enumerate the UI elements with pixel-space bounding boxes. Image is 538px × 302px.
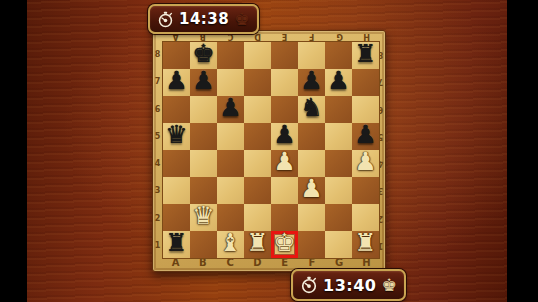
square-b1[interactable]	[190, 231, 217, 258]
square-d7[interactable]	[244, 69, 271, 96]
square-g2[interactable]	[325, 204, 352, 231]
square-g6[interactable]	[325, 96, 352, 123]
square-c3[interactable]	[217, 177, 244, 204]
white-rook[interactable]: ♜	[244, 229, 271, 256]
rank-label-left-5: 5	[153, 123, 162, 150]
rank-labels-left: 87654321	[153, 41, 162, 259]
black-king-icon: ♚	[234, 11, 249, 28]
black-pawn[interactable]: ♟	[217, 94, 244, 121]
square-f4[interactable]	[298, 150, 325, 177]
square-b4[interactable]	[190, 150, 217, 177]
white-king-icon: ♚	[381, 277, 396, 294]
black-king[interactable]: ♚	[190, 40, 217, 67]
square-a6[interactable]	[163, 96, 190, 123]
black-queen[interactable]: ♛	[163, 121, 190, 148]
square-c6[interactable]: ♟	[217, 96, 244, 123]
board-squares: ♚♜♟♟♟♟♟♞♛♟♟♟♟♟♛♜♝♜♚♜	[162, 41, 380, 259]
square-b5[interactable]	[190, 123, 217, 150]
black-pawn[interactable]: ♟	[325, 67, 352, 94]
square-c5[interactable]	[217, 123, 244, 150]
black-pawn[interactable]: ♟	[163, 67, 190, 94]
black-pawn[interactable]: ♟	[352, 121, 379, 148]
square-f6[interactable]: ♞	[298, 96, 325, 123]
white-bishop[interactable]: ♝	[217, 229, 244, 256]
chess-board: ABCDEFGH 87654321 87654321 ABCDEFGH ♚♜♟♟…	[152, 30, 386, 272]
square-h4[interactable]: ♟	[352, 150, 379, 177]
square-h7[interactable]	[352, 69, 379, 96]
square-e5[interactable]: ♟	[271, 123, 298, 150]
square-c1[interactable]: ♝	[217, 231, 244, 258]
rank-label-left-4: 4	[153, 150, 162, 177]
white-player-clock: 13:40 ♚	[291, 269, 406, 301]
stopwatch-icon	[300, 276, 318, 294]
rank-label-left-2: 2	[153, 205, 162, 232]
square-a7[interactable]: ♟	[163, 69, 190, 96]
rank-label-left-1: 1	[153, 232, 162, 259]
square-h3[interactable]	[352, 177, 379, 204]
black-pawn[interactable]: ♟	[190, 67, 217, 94]
square-d3[interactable]	[244, 177, 271, 204]
square-f8[interactable]	[298, 42, 325, 69]
square-d5[interactable]	[244, 123, 271, 150]
square-d6[interactable]	[244, 96, 271, 123]
file-label-top-f: F	[298, 31, 325, 41]
black-clock-time: 14:38	[179, 10, 229, 28]
square-e4[interactable]: ♟	[271, 150, 298, 177]
square-c4[interactable]	[217, 150, 244, 177]
square-c7[interactable]	[217, 69, 244, 96]
black-pawn[interactable]: ♟	[298, 67, 325, 94]
rank-label-left-6: 6	[153, 96, 162, 123]
square-f1[interactable]	[298, 231, 325, 258]
square-e3[interactable]	[271, 177, 298, 204]
square-h5[interactable]: ♟	[352, 123, 379, 150]
square-e6[interactable]	[271, 96, 298, 123]
rank-label-left-7: 7	[153, 68, 162, 95]
square-a8[interactable]	[163, 42, 190, 69]
square-g4[interactable]	[325, 150, 352, 177]
black-pawn[interactable]: ♟	[271, 121, 298, 148]
square-d2[interactable]	[244, 204, 271, 231]
square-d8[interactable]	[244, 42, 271, 69]
square-f2[interactable]	[298, 204, 325, 231]
square-g3[interactable]	[325, 177, 352, 204]
white-rook[interactable]: ♜	[352, 229, 379, 256]
stopwatch-icon	[157, 11, 174, 28]
file-label-top-g: G	[326, 31, 353, 41]
square-e2[interactable]	[271, 204, 298, 231]
rank-label-left-3: 3	[153, 177, 162, 204]
square-f5[interactable]	[298, 123, 325, 150]
square-b2[interactable]: ♛	[190, 204, 217, 231]
white-pawn[interactable]: ♟	[271, 148, 298, 175]
white-pawn[interactable]: ♟	[298, 175, 325, 202]
square-h2[interactable]	[352, 204, 379, 231]
square-c8[interactable]	[217, 42, 244, 69]
square-f3[interactable]: ♟	[298, 177, 325, 204]
square-e1[interactable]: ♚	[271, 231, 298, 258]
square-e8[interactable]	[271, 42, 298, 69]
square-g7[interactable]: ♟	[325, 69, 352, 96]
white-clock-time: 13:40	[323, 276, 376, 295]
square-a1[interactable]: ♜	[163, 231, 190, 258]
square-b6[interactable]	[190, 96, 217, 123]
square-f7[interactable]: ♟	[298, 69, 325, 96]
black-rook[interactable]: ♜	[352, 40, 379, 67]
square-b7[interactable]: ♟	[190, 69, 217, 96]
file-label-top-e: E	[271, 31, 298, 41]
square-h8[interactable]: ♜	[352, 42, 379, 69]
black-rook[interactable]: ♜	[163, 229, 190, 256]
square-a2[interactable]	[163, 204, 190, 231]
square-d4[interactable]	[244, 150, 271, 177]
black-knight[interactable]: ♞	[298, 94, 325, 121]
square-e7[interactable]	[271, 69, 298, 96]
square-g8[interactable]	[325, 42, 352, 69]
white-king[interactable]: ♚	[271, 229, 298, 256]
chess-app-window: 14:38 ♚ ABCDEFGH 87654321 87654321 ABCDE…	[0, 0, 538, 302]
square-c2[interactable]	[217, 204, 244, 231]
white-queen[interactable]: ♛	[190, 202, 217, 229]
square-h1[interactable]: ♜	[352, 231, 379, 258]
square-b8[interactable]: ♚	[190, 42, 217, 69]
square-b3[interactable]	[190, 177, 217, 204]
square-g5[interactable]	[325, 123, 352, 150]
square-a4[interactable]	[163, 150, 190, 177]
square-a5[interactable]: ♛	[163, 123, 190, 150]
square-h6[interactable]	[352, 96, 379, 123]
white-pawn[interactable]: ♟	[352, 148, 379, 175]
square-d1[interactable]: ♜	[244, 231, 271, 258]
square-a3[interactable]	[163, 177, 190, 204]
square-g1[interactable]	[325, 231, 352, 258]
black-player-clock: 14:38 ♚	[148, 4, 259, 34]
rank-label-left-8: 8	[153, 41, 162, 68]
